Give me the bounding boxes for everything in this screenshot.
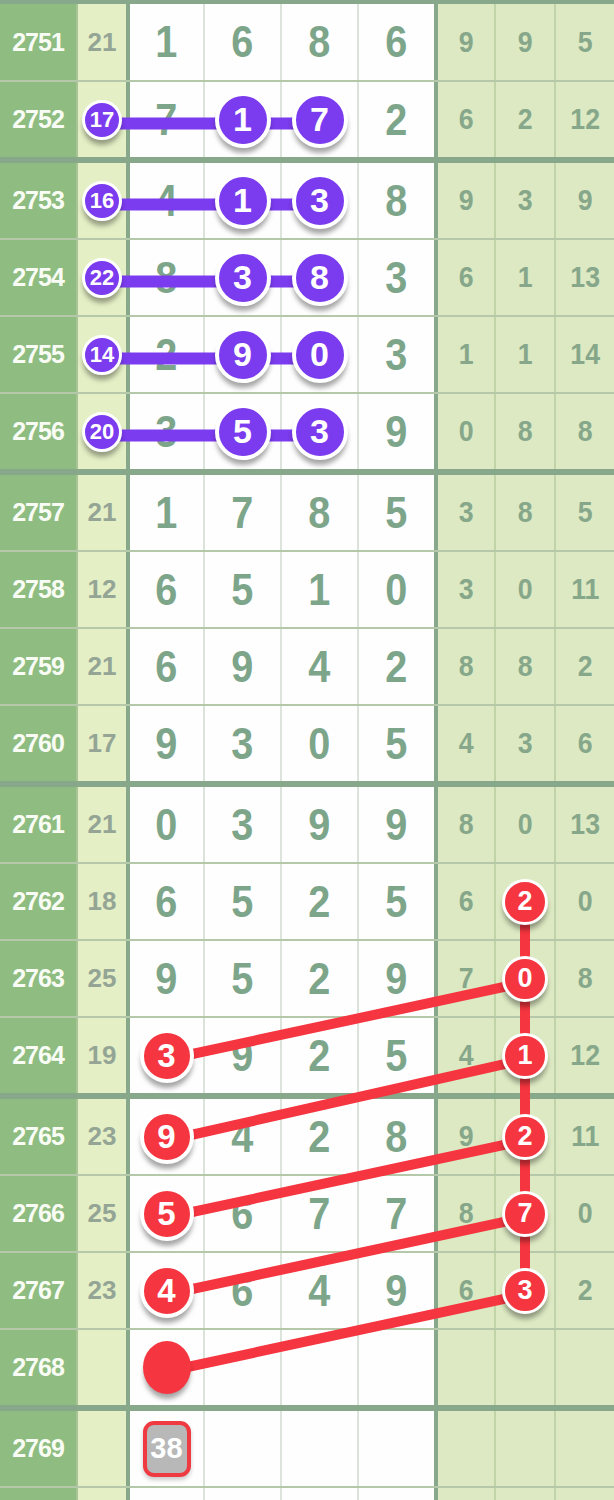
sum-cell: 14 — [76, 317, 126, 392]
main-digit-cell: 0 — [357, 552, 434, 627]
main-digit-cell: 7 — [126, 82, 203, 157]
main-digit: 2 — [155, 330, 177, 380]
main-digit-cell: 2 — [357, 82, 434, 157]
main-digit: 5 — [231, 954, 253, 1004]
stat-value: 6 — [459, 261, 474, 294]
main-digit: 3 — [385, 330, 407, 380]
draw-number-label: 2752 — [12, 105, 64, 134]
main-digit: 6 — [155, 642, 177, 692]
stat-value: 4 — [459, 727, 474, 760]
stat-circle-red: 0 — [502, 956, 548, 1002]
draw-number-label: 2760 — [12, 729, 64, 758]
stat-value: 1 — [518, 338, 533, 371]
main-digit: 7 — [231, 488, 253, 538]
stat-value: 11 — [571, 1120, 599, 1153]
main-digit: 0 — [385, 565, 407, 615]
main-digit: 6 — [231, 1189, 253, 1239]
draw-row-2765: 27652394289211 — [0, 1093, 614, 1174]
stat-cell: 2 — [554, 1253, 614, 1328]
stat-value: 8 — [518, 650, 533, 683]
draw-row-2758: 27581265103011 — [0, 550, 614, 627]
draw-row-2760: 2760179305436 — [0, 704, 614, 781]
stat-value: 0 — [578, 1197, 593, 1230]
stat-cell: 9 — [434, 4, 494, 80]
sum-cell: 17 — [76, 706, 126, 781]
draw-number-cell: 2763 — [0, 941, 76, 1016]
draw-number-label: 2767 — [12, 1276, 64, 1305]
stat-value: 3 — [518, 727, 533, 760]
main-digit: 3 — [231, 800, 253, 850]
empty-cell — [434, 1488, 494, 1500]
sum-cell: 21 — [76, 629, 126, 704]
main-digit: 8 — [385, 1112, 407, 1162]
stat-value: 6 — [459, 885, 474, 918]
stat-cell: 8 — [554, 941, 614, 1016]
main-digit-cell: 9 — [357, 787, 434, 862]
stat-cell: 8 — [434, 787, 494, 862]
stat-cell: 3 — [494, 1253, 554, 1328]
main-digit: 2 — [308, 877, 330, 927]
main-digit-cell: 1 — [126, 4, 203, 80]
empty-cell — [203, 1488, 280, 1500]
main-digit-cell: 9 — [126, 706, 203, 781]
main-digit-cell: 0 — [280, 706, 357, 781]
main-digit: 4 — [308, 642, 330, 692]
main-digit-cell: 6 — [126, 629, 203, 704]
main-digit-cell: 9 — [203, 317, 280, 392]
main-digit-cell: 2 — [357, 629, 434, 704]
empty-cell — [76, 1488, 126, 1500]
stat-cell: 8 — [434, 629, 494, 704]
digit-circle-red: 5 — [140, 1187, 194, 1241]
stat-value: 8 — [578, 415, 593, 448]
sum-value: 23 — [88, 1275, 117, 1306]
main-digit-cell: 6 — [203, 4, 280, 80]
main-digit: 5 — [385, 719, 407, 769]
main-digit-cell: 3 — [203, 240, 280, 315]
stat-value: 3 — [518, 184, 533, 217]
sum-value: 21 — [88, 27, 117, 58]
main-digit-cell: 7 — [357, 1176, 434, 1251]
stat-cell — [434, 1411, 494, 1486]
main-digit: 8 — [308, 488, 330, 538]
empty-cell — [126, 1488, 203, 1500]
sum-value: 21 — [88, 651, 117, 682]
stat-cell: 2 — [494, 864, 554, 939]
main-digit-cell: 5 — [357, 1018, 434, 1093]
draw-number-cell: 2762 — [0, 864, 76, 939]
sum-cell: 25 — [76, 941, 126, 1016]
draw-number-cell: 2761 — [0, 787, 76, 862]
stat-cell: 9 — [494, 4, 554, 80]
main-digit-cell: 2 — [126, 317, 203, 392]
main-digit: 9 — [231, 1031, 253, 1081]
main-digit-cell: 9 — [126, 941, 203, 1016]
main-digit-cell: 5 — [126, 1176, 203, 1251]
sum-cell: 19 — [76, 1018, 126, 1093]
draw-row-2759: 2759216942882 — [0, 627, 614, 704]
stat-value: 8 — [518, 415, 533, 448]
sum-value-circle: 14 — [82, 335, 122, 375]
stat-value: 9 — [459, 1120, 474, 1153]
digit-circle-purple: 9 — [215, 327, 271, 383]
main-digit: 0 — [155, 800, 177, 850]
stat-cell: 14 — [554, 317, 614, 392]
stat-cell: 0 — [554, 864, 614, 939]
main-digit-cell: 3 — [357, 240, 434, 315]
stat-cell: 5 — [554, 4, 614, 80]
draw-number-label: 2759 — [12, 652, 64, 681]
main-digit-cell: 5 — [203, 552, 280, 627]
draw-number-label: 2751 — [12, 28, 64, 57]
main-digit-cell: 8 — [280, 4, 357, 80]
main-digit-cell: 1 — [203, 163, 280, 238]
draw-number-label: 2763 — [12, 964, 64, 993]
draw-number-label: 2762 — [12, 887, 64, 916]
stat-value: 2 — [578, 1274, 593, 1307]
empty-cell — [280, 1488, 357, 1500]
main-digit: 1 — [308, 565, 330, 615]
main-digit: 5 — [385, 1031, 407, 1081]
stat-cell: 12 — [554, 1018, 614, 1093]
sum-cell: 22 — [76, 240, 126, 315]
stat-cell: 8 — [494, 394, 554, 469]
main-digit: 7 — [385, 1189, 407, 1239]
draw-number-cell: 2756 — [0, 394, 76, 469]
main-digit-cell: 6 — [126, 552, 203, 627]
stat-cell: 4 — [434, 706, 494, 781]
stat-value: 2 — [578, 650, 593, 683]
stat-value: 0 — [518, 808, 533, 841]
sum-cell: 23 — [76, 1253, 126, 1328]
draw-number-label: 2761 — [12, 810, 64, 839]
main-digit-cell: 3 — [203, 706, 280, 781]
sum-value: 18 — [88, 886, 117, 917]
stat-cell: 2 — [494, 82, 554, 157]
stat-value: 14 — [570, 338, 600, 371]
stat-cell: 13 — [554, 240, 614, 315]
main-digit: 9 — [385, 800, 407, 850]
stat-cell: 1 — [494, 1018, 554, 1093]
draw-number-label: 2765 — [12, 1122, 64, 1151]
draw-row-2763: 2763259529708 — [0, 939, 614, 1016]
stat-value: 7 — [459, 962, 474, 995]
stat-cell: 7 — [494, 1176, 554, 1251]
draw-number-label: 2756 — [12, 417, 64, 446]
main-digit-cell — [357, 1411, 434, 1486]
main-digit: 9 — [308, 800, 330, 850]
stat-cell — [494, 1330, 554, 1405]
draw-number-label: 2769 — [12, 1434, 64, 1463]
main-digit-cell: 9 — [357, 394, 434, 469]
main-digit-cell: 0 — [280, 317, 357, 392]
stat-value: 8 — [459, 1197, 474, 1230]
stat-value: 9 — [459, 26, 474, 59]
sum-cell: 17 — [76, 82, 126, 157]
sum-cell: 12 — [76, 552, 126, 627]
main-digit-cell: 5 — [357, 864, 434, 939]
digit-circle-purple: 3 — [292, 404, 348, 460]
digit-circle-red: 3 — [140, 1029, 194, 1083]
main-digit: 3 — [155, 407, 177, 457]
sum-value: 21 — [88, 497, 117, 528]
stat-cell: 9 — [434, 163, 494, 238]
main-digit: 6 — [231, 17, 253, 67]
draw-row-2755: 27551429031114 — [0, 315, 614, 392]
stat-cell — [434, 1330, 494, 1405]
draw-number-cell: 2757 — [0, 475, 76, 550]
stat-cell: 2 — [554, 629, 614, 704]
draw-number-label: 2766 — [12, 1199, 64, 1228]
main-digit-cell: 6 — [357, 4, 434, 80]
stat-cell: 3 — [494, 706, 554, 781]
stat-value: 12 — [570, 1039, 600, 1072]
main-digit-cell: 4 — [126, 1253, 203, 1328]
stat-cell: 9 — [554, 163, 614, 238]
stat-cell: 6 — [434, 240, 494, 315]
main-digit: 6 — [155, 877, 177, 927]
stat-value: 8 — [459, 808, 474, 841]
main-digit-cell: 5 — [203, 941, 280, 1016]
sum-value-circle: 20 — [82, 412, 122, 452]
stat-cell: 8 — [554, 394, 614, 469]
main-digit: 0 — [308, 719, 330, 769]
stat-value: 8 — [518, 496, 533, 529]
main-digit-cell: 3 — [126, 1018, 203, 1093]
stat-value: 13 — [570, 808, 600, 841]
sum-value: 25 — [88, 1198, 117, 1229]
stat-cell: 7 — [434, 941, 494, 1016]
main-digit-cell: 9 — [280, 787, 357, 862]
main-digit-cell: 3 — [280, 163, 357, 238]
stat-value: 1 — [459, 338, 474, 371]
draw-number-label: 2758 — [12, 575, 64, 604]
draw-number-cell: 2760 — [0, 706, 76, 781]
main-digit-cell: 1 — [126, 475, 203, 550]
main-digit: 7 — [155, 95, 177, 145]
stat-circle-red: 1 — [502, 1033, 548, 1079]
digit-circle-purple: 5 — [215, 404, 271, 460]
stat-value: 11 — [571, 573, 599, 606]
draw-row-2754: 27542283836113 — [0, 238, 614, 315]
draw-number-label: 2755 — [12, 340, 64, 369]
main-digit: 4 — [231, 1112, 253, 1162]
main-digit-cell — [357, 1330, 434, 1405]
draw-number-label: 2768 — [12, 1353, 64, 1382]
sum-cell: 23 — [76, 1099, 126, 1174]
main-digit: 8 — [308, 17, 330, 67]
stat-cell: 3 — [494, 163, 554, 238]
stat-cell: 4 — [434, 1018, 494, 1093]
pending-dot — [143, 1341, 191, 1394]
main-digit-cell: 9 — [357, 1253, 434, 1328]
stat-cell: 11 — [554, 552, 614, 627]
stat-value: 0 — [518, 573, 533, 606]
main-digit: 3 — [385, 253, 407, 303]
main-digit-cell: 2 — [280, 941, 357, 1016]
main-digit: 6 — [385, 17, 407, 67]
main-digit: 8 — [385, 176, 407, 226]
sum-cell: 20 — [76, 394, 126, 469]
stat-cell: 6 — [434, 82, 494, 157]
draw-row-2767: 2767234649632 — [0, 1251, 614, 1328]
sum-cell: 25 — [76, 1176, 126, 1251]
main-digit-cell: 4 — [126, 163, 203, 238]
sum-cell: 16 — [76, 163, 126, 238]
stat-cell: 1 — [494, 240, 554, 315]
main-digit: 5 — [231, 565, 253, 615]
draw-number-label: 2754 — [12, 263, 64, 292]
stat-cell: 8 — [494, 629, 554, 704]
draw-row-2764: 27641939254112 — [0, 1016, 614, 1093]
draw-number-cell: 2766 — [0, 1176, 76, 1251]
lottery-trend-board: 2751211686995275217717262122753164138939… — [0, 0, 614, 1500]
draw-number-cell: 2752 — [0, 82, 76, 157]
main-digit: 6 — [155, 565, 177, 615]
digit-circle-purple: 0 — [292, 327, 348, 383]
draw-number-cell: 2753 — [0, 163, 76, 238]
stat-cell — [554, 1411, 614, 1486]
main-digit-cell: 8 — [126, 240, 203, 315]
draw-row-2757: 2757211785385 — [0, 469, 614, 550]
digit-circle-purple: 3 — [292, 173, 348, 229]
main-digit-cell: 6 — [203, 1176, 280, 1251]
draw-number-label: 2757 — [12, 498, 64, 527]
stat-value: 3 — [459, 573, 474, 606]
stat-cell: 5 — [554, 475, 614, 550]
stat-cell: 8 — [434, 1176, 494, 1251]
stat-cell — [494, 1411, 554, 1486]
main-digit: 1 — [155, 488, 177, 538]
empty-cell — [494, 1488, 554, 1500]
stat-cell: 2 — [494, 1099, 554, 1174]
draw-number-cell: 2764 — [0, 1018, 76, 1093]
stat-cell: 6 — [554, 706, 614, 781]
draw-row-2751: 2751211686995 — [0, 4, 614, 80]
main-digit: 5 — [385, 877, 407, 927]
main-digit: 6 — [231, 1266, 253, 1316]
main-digit: 9 — [231, 642, 253, 692]
stat-value: 9 — [459, 184, 474, 217]
stat-cell: 3 — [434, 552, 494, 627]
sum-value-circle: 17 — [82, 100, 122, 140]
stat-value: 5 — [578, 26, 593, 59]
main-digit-cell — [280, 1330, 357, 1405]
main-digit-cell: 2 — [280, 1099, 357, 1174]
main-digit-cell: 0 — [126, 787, 203, 862]
sum-value: 21 — [88, 809, 117, 840]
stat-cell: 0 — [494, 787, 554, 862]
stat-circle-red: 3 — [502, 1268, 548, 1314]
stat-value: 8 — [459, 650, 474, 683]
sum-value: 25 — [88, 963, 117, 994]
main-digit-cell: 9 — [203, 1018, 280, 1093]
sum-cell: 21 — [76, 787, 126, 862]
stat-circle-red: 7 — [502, 1191, 548, 1237]
draw-number-cell: 2755 — [0, 317, 76, 392]
main-digit-cell: 4 — [280, 1253, 357, 1328]
main-digit-cell: 5 — [203, 394, 280, 469]
main-digit: 5 — [231, 877, 253, 927]
main-digit-cell: 3 — [126, 394, 203, 469]
main-digit: 2 — [308, 954, 330, 1004]
digit-circle-red: 9 — [140, 1110, 194, 1164]
main-digit-cell — [203, 1330, 280, 1405]
draw-number-cell: 2765 — [0, 1099, 76, 1174]
main-digit-cell: 3 — [357, 317, 434, 392]
main-digit-cell — [126, 1330, 203, 1405]
digit-circle-red: 4 — [140, 1264, 194, 1318]
empty-cell — [0, 1488, 76, 1500]
main-digit-cell: 7 — [280, 82, 357, 157]
digit-circle-purple: 3 — [215, 250, 271, 306]
main-digit-cell: 8 — [357, 163, 434, 238]
draw-row-2769: 276938 — [0, 1405, 614, 1486]
sum-cell — [76, 1411, 126, 1486]
main-digit-cell: 2 — [280, 864, 357, 939]
main-digit-cell: 9 — [203, 629, 280, 704]
main-digit: 9 — [385, 1266, 407, 1316]
main-digit: 9 — [155, 719, 177, 769]
main-digit-cell: 6 — [126, 864, 203, 939]
draw-number-cell: 2769 — [0, 1411, 76, 1486]
stat-value: 2 — [518, 103, 533, 136]
main-digit: 4 — [155, 176, 177, 226]
stat-value: 0 — [578, 885, 593, 918]
sum-cell: 21 — [76, 4, 126, 80]
main-digit: 2 — [308, 1031, 330, 1081]
stat-circle-red: 2 — [502, 1114, 548, 1160]
main-digit-cell: 7 — [203, 475, 280, 550]
main-digit-cell: 7 — [280, 1176, 357, 1251]
stat-value: 9 — [578, 184, 593, 217]
main-digit: 2 — [308, 1112, 330, 1162]
main-digit-cell: 3 — [203, 787, 280, 862]
main-digit-cell: 5 — [357, 706, 434, 781]
stat-value: 8 — [578, 962, 593, 995]
main-digit-cell — [203, 1411, 280, 1486]
stat-cell: 1 — [494, 317, 554, 392]
stat-value: 1 — [518, 261, 533, 294]
digit-circle-purple: 8 — [292, 250, 348, 306]
stat-cell: 9 — [434, 1099, 494, 1174]
stat-cell: 3 — [434, 475, 494, 550]
main-digit-cell: 6 — [203, 1253, 280, 1328]
main-digit: 9 — [385, 407, 407, 457]
main-digit-cell: 4 — [203, 1099, 280, 1174]
main-digit: 9 — [155, 954, 177, 1004]
digit-circle-purple: 1 — [215, 92, 271, 148]
stat-cell: 0 — [494, 941, 554, 1016]
draw-number-cell: 2758 — [0, 552, 76, 627]
draw-number-cell: 2768 — [0, 1330, 76, 1405]
main-digit: 8 — [155, 253, 177, 303]
draw-number-cell: 2754 — [0, 240, 76, 315]
main-digit-cell: 38 — [126, 1411, 203, 1486]
main-digit-cell: 2 — [280, 1018, 357, 1093]
main-digit: 9 — [385, 954, 407, 1004]
digit-circle-purple: 7 — [292, 92, 348, 148]
stat-value: 0 — [459, 415, 474, 448]
draw-number-cell: 2767 — [0, 1253, 76, 1328]
digit-circle-purple: 1 — [215, 173, 271, 229]
stat-value: 12 — [570, 103, 600, 136]
next-draw-box: 38 — [143, 1421, 191, 1477]
stat-cell: 0 — [494, 552, 554, 627]
stat-value: 13 — [570, 261, 600, 294]
main-digit: 1 — [155, 17, 177, 67]
stat-cell: 0 — [434, 394, 494, 469]
